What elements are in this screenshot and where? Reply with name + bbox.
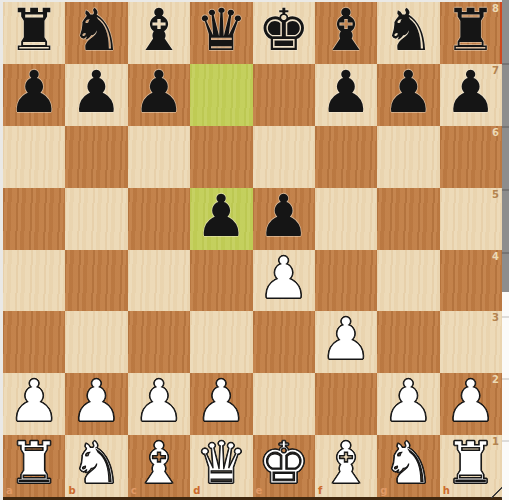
piece-black-queen-d8[interactable]: ♛ — [190, 0, 252, 62]
side-panel-scrollbar[interactable] — [502, 0, 509, 500]
scrollbar-thumb[interactable] — [502, 0, 509, 292]
square-h4[interactable]: 4 — [440, 250, 502, 312]
list-row-divider — [502, 316, 509, 318]
piece-white-pawn-a2[interactable]: ♟ — [3, 371, 65, 433]
scrollbar-segment-divider — [502, 126, 509, 128]
piece-white-pawn-h2[interactable]: ♟ — [440, 371, 502, 433]
piece-white-king-e1[interactable]: ♚ — [253, 433, 315, 495]
square-f4[interactable] — [315, 250, 377, 312]
piece-black-king-e8[interactable]: ♚ — [253, 0, 315, 62]
piece-white-bishop-c1[interactable]: ♝ — [128, 433, 190, 495]
square-g7[interactable]: ♟ — [377, 64, 439, 126]
square-c5[interactable] — [128, 188, 190, 250]
piece-white-pawn-f3[interactable]: ♟ — [315, 309, 377, 371]
square-b3[interactable] — [65, 311, 127, 373]
square-d8[interactable]: ♛ — [190, 2, 252, 64]
piece-white-bishop-f1[interactable]: ♝ — [315, 433, 377, 495]
rank-label-6: 6 — [492, 127, 499, 138]
rank-label-5: 5 — [492, 189, 499, 200]
square-g4[interactable] — [377, 250, 439, 312]
piece-black-pawn-g7[interactable]: ♟ — [377, 62, 439, 124]
piece-black-pawn-a7[interactable]: ♟ — [3, 62, 65, 124]
piece-black-pawn-h7[interactable]: ♟ — [440, 62, 502, 124]
square-a2[interactable]: ♟ — [3, 373, 65, 435]
piece-black-rook-h8[interactable]: ♜ — [440, 0, 502, 62]
piece-black-bishop-f8[interactable]: ♝ — [315, 0, 377, 62]
square-a7[interactable]: ♟ — [3, 64, 65, 126]
list-row-divider — [502, 440, 509, 442]
piece-black-pawn-c7[interactable]: ♟ — [128, 62, 190, 124]
square-a1[interactable]: ♜a — [3, 435, 65, 497]
square-f2[interactable] — [315, 373, 377, 435]
rank-label-3: 3 — [492, 312, 499, 323]
piece-white-rook-a1[interactable]: ♜ — [3, 433, 65, 495]
square-b8[interactable]: ♞ — [65, 2, 127, 64]
square-a4[interactable] — [3, 250, 65, 312]
square-c1[interactable]: ♝c — [128, 435, 190, 497]
square-e8[interactable]: ♚ — [253, 2, 315, 64]
square-e1[interactable]: ♚e — [253, 435, 315, 497]
rank-label-4: 4 — [492, 251, 499, 262]
square-e3[interactable] — [253, 311, 315, 373]
square-f3[interactable]: ♟ — [315, 311, 377, 373]
square-f1[interactable]: ♝f — [315, 435, 377, 497]
square-h5[interactable]: 5 — [440, 188, 502, 250]
square-e5[interactable]: ♟ — [253, 188, 315, 250]
square-c8[interactable]: ♝ — [128, 2, 190, 64]
square-h3[interactable]: 3 — [440, 311, 502, 373]
piece-black-pawn-b7[interactable]: ♟ — [65, 62, 127, 124]
square-b2[interactable]: ♟ — [65, 373, 127, 435]
scrollbar-segment-divider — [502, 252, 509, 254]
piece-white-knight-g1[interactable]: ♞ — [377, 433, 439, 495]
piece-black-bishop-c8[interactable]: ♝ — [128, 0, 190, 62]
square-f5[interactable] — [315, 188, 377, 250]
piece-black-pawn-d5[interactable]: ♟ — [190, 186, 252, 248]
piece-white-queen-d1[interactable]: ♛ — [190, 433, 252, 495]
piece-white-pawn-e4[interactable]: ♟ — [253, 248, 315, 310]
square-b1[interactable]: ♞b — [65, 435, 127, 497]
square-d4[interactable] — [190, 250, 252, 312]
square-h7[interactable]: ♟7 — [440, 64, 502, 126]
square-e4[interactable]: ♟ — [253, 250, 315, 312]
square-g1[interactable]: ♞g — [377, 435, 439, 497]
square-b4[interactable] — [65, 250, 127, 312]
square-g8[interactable]: ♞ — [377, 2, 439, 64]
square-d5[interactable]: ♟ — [190, 188, 252, 250]
square-a6[interactable] — [3, 126, 65, 188]
square-d1[interactable]: ♛d — [190, 435, 252, 497]
square-c3[interactable] — [128, 311, 190, 373]
square-e7[interactable] — [253, 64, 315, 126]
square-g5[interactable] — [377, 188, 439, 250]
piece-white-knight-b1[interactable]: ♞ — [65, 433, 127, 495]
square-e2[interactable] — [253, 373, 315, 435]
square-h8[interactable]: ♜8 — [440, 2, 502, 64]
square-a8[interactable]: ♜ — [3, 2, 65, 64]
piece-white-pawn-g2[interactable]: ♟ — [377, 371, 439, 433]
list-row-divider — [502, 378, 509, 380]
piece-black-pawn-e5[interactable]: ♟ — [253, 186, 315, 248]
piece-white-pawn-d2[interactable]: ♟ — [190, 371, 252, 433]
square-a5[interactable] — [3, 188, 65, 250]
square-g2[interactable]: ♟ — [377, 373, 439, 435]
square-b6[interactable] — [65, 126, 127, 188]
square-h6[interactable]: 6 — [440, 126, 502, 188]
square-c7[interactable]: ♟ — [128, 64, 190, 126]
square-f6[interactable] — [315, 126, 377, 188]
square-d6[interactable] — [190, 126, 252, 188]
piece-white-rook-h1[interactable]: ♜ — [440, 433, 502, 495]
square-f7[interactable]: ♟ — [315, 64, 377, 126]
piece-white-pawn-c2[interactable]: ♟ — [128, 371, 190, 433]
square-d3[interactable] — [190, 311, 252, 373]
chess-board[interactable]: ♜♞♝♛♚♝♞♜8♟♟♟♟♟♟76♟♟5♟4♟3♟♟♟♟♟♟2♜a♞b♝c♛d♚… — [3, 2, 502, 500]
scrollbar-segment-divider — [502, 189, 509, 191]
square-g3[interactable] — [377, 311, 439, 373]
square-g6[interactable] — [377, 126, 439, 188]
piece-black-knight-b8[interactable]: ♞ — [65, 0, 127, 62]
square-b5[interactable] — [65, 188, 127, 250]
piece-black-knight-g8[interactable]: ♞ — [377, 0, 439, 62]
square-h2[interactable]: ♟2 — [440, 373, 502, 435]
square-c4[interactable] — [128, 250, 190, 312]
square-c6[interactable] — [128, 126, 190, 188]
square-c2[interactable]: ♟ — [128, 373, 190, 435]
page: ♜♞♝♛♚♝♞♜8♟♟♟♟♟♟76♟♟5♟4♟3♟♟♟♟♟♟2♜a♞b♝c♛d♚… — [0, 0, 509, 500]
square-f8[interactable]: ♝ — [315, 2, 377, 64]
scrollbar-segment-divider — [502, 63, 509, 65]
square-h1[interactable]: ♜1h — [440, 435, 502, 497]
piece-white-pawn-b2[interactable]: ♟ — [65, 371, 127, 433]
square-e6[interactable] — [253, 126, 315, 188]
piece-black-rook-a8[interactable]: ♜ — [3, 0, 65, 62]
square-d7[interactable] — [190, 64, 252, 126]
square-d2[interactable]: ♟ — [190, 373, 252, 435]
square-a3[interactable] — [3, 311, 65, 373]
piece-black-pawn-f7[interactable]: ♟ — [315, 62, 377, 124]
square-b7[interactable]: ♟ — [65, 64, 127, 126]
